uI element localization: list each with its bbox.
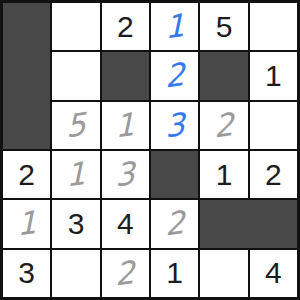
cell-r4c1[interactable]: 3 (52, 200, 99, 247)
entered-digit: 3 (164, 108, 185, 142)
cell-r1c5[interactable]: 1 (250, 52, 297, 99)
cell-r1c0 (3, 52, 50, 99)
cell-r0c2[interactable]: 2 (102, 3, 149, 50)
cell-r5c3[interactable]: 1 (151, 250, 198, 297)
cell-r0c5[interactable] (250, 3, 297, 50)
cell-r3c4[interactable]: 1 (200, 151, 247, 198)
given-digit: 4 (117, 209, 134, 239)
cell-r0c0 (3, 3, 50, 50)
given-digit: 1 (216, 160, 233, 190)
str8ts-board: 2152151322131213423214 (0, 0, 300, 300)
entered-digit: 2 (164, 59, 185, 93)
cell-r3c2[interactable]: 3 (102, 151, 149, 198)
given-digit: 2 (265, 160, 282, 190)
cell-r4c2[interactable]: 4 (102, 200, 149, 247)
cell-r2c4[interactable]: 2 (200, 102, 247, 149)
given-digit: 4 (265, 258, 282, 288)
cell-r0c4[interactable]: 5 (200, 3, 247, 50)
cell-r5c1[interactable] (52, 250, 99, 297)
entered-digit: 1 (16, 207, 37, 241)
entered-digit: 3 (115, 158, 136, 192)
cell-r4c5 (250, 200, 297, 247)
given-digit: 1 (166, 258, 183, 288)
cell-r3c1[interactable]: 1 (52, 151, 99, 198)
cell-r3c5[interactable]: 2 (250, 151, 297, 198)
cell-r2c3[interactable]: 3 (151, 102, 198, 149)
cell-r5c2[interactable]: 2 (102, 250, 149, 297)
entered-digit: 2 (164, 207, 185, 241)
entered-digit: 5 (66, 108, 87, 142)
cell-r0c3[interactable]: 1 (151, 3, 198, 50)
cell-r2c5[interactable] (250, 102, 297, 149)
cell-r2c2[interactable]: 1 (102, 102, 149, 149)
cell-r3c3 (151, 151, 198, 198)
entered-digit: 2 (115, 256, 136, 290)
cell-r0c1[interactable] (52, 3, 99, 50)
given-digit: 2 (18, 160, 35, 190)
cell-r2c0 (3, 102, 50, 149)
cell-r5c0[interactable]: 3 (3, 250, 50, 297)
cell-r4c3[interactable]: 2 (151, 200, 198, 247)
cell-r5c5[interactable]: 4 (250, 250, 297, 297)
given-digit: 1 (265, 61, 282, 91)
entered-digit: 1 (164, 10, 185, 44)
entered-digit: 2 (214, 108, 235, 142)
cell-r1c4 (200, 52, 247, 99)
cell-r1c2 (102, 52, 149, 99)
cell-r4c0[interactable]: 1 (3, 200, 50, 247)
given-digit: 3 (18, 258, 35, 288)
given-digit: 2 (117, 12, 134, 42)
entered-digit: 1 (115, 108, 136, 142)
cell-r2c1[interactable]: 5 (52, 102, 99, 149)
cell-r5c4[interactable] (200, 250, 247, 297)
cell-r4c4 (200, 200, 247, 247)
cell-r1c1[interactable] (52, 52, 99, 99)
cell-r1c3[interactable]: 2 (151, 52, 198, 99)
given-digit: 5 (216, 12, 233, 42)
entered-digit: 1 (66, 158, 87, 192)
cell-r3c0[interactable]: 2 (3, 151, 50, 198)
given-digit: 3 (68, 209, 85, 239)
